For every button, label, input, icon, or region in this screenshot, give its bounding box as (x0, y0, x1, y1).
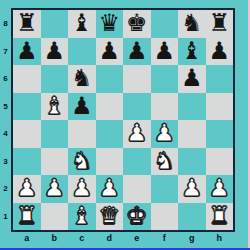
square-g3[interactable] (178, 148, 206, 176)
square-f5[interactable] (151, 93, 179, 121)
window-edge-right (248, 0, 250, 250)
file-label-g: g (178, 233, 206, 246)
square-c3[interactable]: ♞ (68, 148, 96, 176)
white-queen[interactable]: ♛ (98, 203, 120, 230)
file-label-b: b (41, 233, 69, 246)
rank-label-5: 5 (0, 93, 11, 121)
square-b3[interactable] (41, 148, 69, 176)
white-pawn[interactable]: ♟ (126, 120, 148, 147)
square-g7[interactable]: ♝ (178, 38, 206, 66)
square-d6[interactable] (96, 65, 124, 93)
black-pawn[interactable]: ♟ (208, 38, 230, 65)
black-pawn[interactable]: ♟ (43, 38, 65, 65)
square-b1[interactable] (41, 203, 69, 231)
square-h8[interactable]: ♜ (206, 10, 234, 38)
rank-label-7: 7 (0, 38, 11, 66)
square-d7[interactable]: ♟ (96, 38, 124, 66)
square-a8[interactable]: ♜ (13, 10, 41, 38)
white-rook[interactable]: ♜ (208, 203, 230, 230)
square-f2[interactable] (151, 175, 179, 203)
file-label-d: d (96, 233, 124, 246)
rank-label-3: 3 (0, 148, 11, 176)
white-pawn[interactable]: ♟ (71, 175, 93, 202)
square-c8[interactable]: ♝ (68, 10, 96, 38)
square-a7[interactable]: ♟ (13, 38, 41, 66)
black-bishop[interactable]: ♝ (71, 10, 93, 37)
black-pawn[interactable]: ♟ (181, 65, 203, 92)
square-f6[interactable] (151, 65, 179, 93)
rank-label-8: 8 (0, 10, 11, 38)
square-h6[interactable] (206, 65, 234, 93)
white-pawn[interactable]: ♟ (98, 175, 120, 202)
square-c5[interactable]: ♟ (68, 93, 96, 121)
black-king[interactable]: ♚ (126, 10, 148, 37)
file-label-c: c (68, 233, 96, 246)
chess-board[interactable]: ♜♝♛♚♞♜♟♟♟♟♟♝♟♞♟♝♟♟♟♞♞♟♟♟♟♟♟♜♝♛♚♜ (11, 8, 235, 232)
square-d1[interactable]: ♛ (96, 203, 124, 231)
white-pawn[interactable]: ♟ (208, 175, 230, 202)
rank-label-2: 2 (0, 175, 11, 203)
square-a4[interactable] (13, 120, 41, 148)
square-d3[interactable] (96, 148, 124, 176)
file-label-f: f (151, 233, 179, 246)
rank-label-1: 1 (0, 203, 11, 231)
square-e1[interactable]: ♚ (123, 203, 151, 231)
square-c2[interactable]: ♟ (68, 175, 96, 203)
square-f1[interactable] (151, 203, 179, 231)
square-d2[interactable]: ♟ (96, 175, 124, 203)
white-king[interactable]: ♚ (126, 203, 148, 230)
square-a2[interactable]: ♟ (13, 175, 41, 203)
square-f8[interactable] (151, 10, 179, 38)
black-pawn[interactable]: ♟ (71, 93, 93, 120)
black-rook[interactable]: ♜ (16, 10, 38, 37)
square-g1[interactable] (178, 203, 206, 231)
square-f7[interactable]: ♟ (151, 38, 179, 66)
file-label-e: e (123, 233, 151, 246)
square-h3[interactable] (206, 148, 234, 176)
white-knight[interactable]: ♞ (153, 148, 175, 175)
black-pawn[interactable]: ♟ (153, 38, 175, 65)
black-queen[interactable]: ♛ (98, 10, 120, 37)
square-a1[interactable]: ♜ (13, 203, 41, 231)
square-e8[interactable]: ♚ (123, 10, 151, 38)
square-e5[interactable] (123, 93, 151, 121)
square-c7[interactable] (68, 38, 96, 66)
white-pawn[interactable]: ♟ (16, 175, 38, 202)
black-rook[interactable]: ♜ (208, 10, 230, 37)
square-c6[interactable]: ♞ (68, 65, 96, 93)
white-bishop[interactable]: ♝ (43, 93, 65, 120)
square-b5[interactable]: ♝ (41, 93, 69, 121)
black-pawn[interactable]: ♟ (16, 38, 38, 65)
black-knight[interactable]: ♞ (181, 10, 203, 37)
rank-label-4: 4 (0, 120, 11, 148)
white-rook[interactable]: ♜ (16, 203, 38, 230)
black-knight[interactable]: ♞ (71, 65, 93, 92)
square-a5[interactable] (13, 93, 41, 121)
square-b4[interactable] (41, 120, 69, 148)
square-d5[interactable] (96, 93, 124, 121)
white-pawn[interactable]: ♟ (43, 175, 65, 202)
square-e3[interactable] (123, 148, 151, 176)
square-a6[interactable] (13, 65, 41, 93)
file-labels: abcdefgh (13, 233, 233, 246)
square-h5[interactable] (206, 93, 234, 121)
square-e6[interactable] (123, 65, 151, 93)
square-b2[interactable]: ♟ (41, 175, 69, 203)
square-e2[interactable] (123, 175, 151, 203)
file-label-h: h (206, 233, 234, 246)
square-g2[interactable]: ♟ (178, 175, 206, 203)
square-h2[interactable]: ♟ (206, 175, 234, 203)
square-d4[interactable] (96, 120, 124, 148)
square-f4[interactable]: ♟ (151, 120, 179, 148)
white-pawn[interactable]: ♟ (153, 120, 175, 147)
square-b8[interactable] (41, 10, 69, 38)
square-a3[interactable] (13, 148, 41, 176)
white-pawn[interactable]: ♟ (181, 175, 203, 202)
square-h1[interactable]: ♜ (206, 203, 234, 231)
black-pawn[interactable]: ♟ (98, 38, 120, 65)
square-b6[interactable] (41, 65, 69, 93)
square-b7[interactable]: ♟ (41, 38, 69, 66)
black-bishop[interactable]: ♝ (181, 38, 203, 65)
square-d8[interactable]: ♛ (96, 10, 124, 38)
square-g5[interactable] (178, 93, 206, 121)
square-c4[interactable] (68, 120, 96, 148)
rank-labels: 87654321 (0, 10, 11, 230)
square-g6[interactable]: ♟ (178, 65, 206, 93)
square-h7[interactable]: ♟ (206, 38, 234, 66)
square-g8[interactable]: ♞ (178, 10, 206, 38)
square-c1[interactable]: ♝ (68, 203, 96, 231)
white-bishop[interactable]: ♝ (71, 203, 93, 230)
black-pawn[interactable]: ♟ (126, 38, 148, 65)
white-knight[interactable]: ♞ (71, 148, 93, 175)
square-g4[interactable] (178, 120, 206, 148)
square-e7[interactable]: ♟ (123, 38, 151, 66)
square-h4[interactable] (206, 120, 234, 148)
square-f3[interactable]: ♞ (151, 148, 179, 176)
rank-label-6: 6 (0, 65, 11, 93)
square-e4[interactable]: ♟ (123, 120, 151, 148)
file-label-a: a (13, 233, 41, 246)
